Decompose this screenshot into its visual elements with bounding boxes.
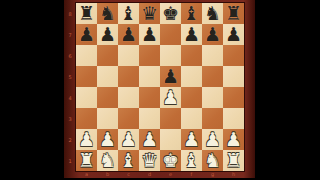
square-a3[interactable] <box>76 108 97 129</box>
square-b6[interactable] <box>97 45 118 66</box>
square-d7[interactable]: ♟ <box>139 24 160 45</box>
black-pawn: ♟ <box>160 66 181 87</box>
square-a8[interactable]: ♜ <box>76 3 97 24</box>
black-bishop: ♝ <box>181 3 202 24</box>
black-pawn: ♟ <box>139 24 160 45</box>
file-label-h: h <box>223 171 244 178</box>
square-c3[interactable] <box>118 108 139 129</box>
square-e1[interactable]: ♚ <box>160 150 181 171</box>
file-labels: abcdefgh <box>76 171 244 178</box>
black-pawn: ♟ <box>97 24 118 45</box>
white-rook: ♜ <box>223 150 244 171</box>
square-d6[interactable] <box>139 45 160 66</box>
white-rook: ♜ <box>76 150 97 171</box>
file-label-g: g <box>202 171 223 178</box>
black-pawn: ♟ <box>118 24 139 45</box>
square-b8[interactable]: ♞ <box>97 3 118 24</box>
square-c8[interactable]: ♝ <box>118 3 139 24</box>
square-b4[interactable] <box>97 87 118 108</box>
square-f6[interactable] <box>181 45 202 66</box>
black-rook: ♜ <box>76 3 97 24</box>
square-c6[interactable] <box>118 45 139 66</box>
square-h2[interactable]: ♟ <box>223 129 244 150</box>
square-a7[interactable]: ♟ <box>76 24 97 45</box>
rank-label-5: 5 <box>64 66 76 87</box>
rank-label-3: 3 <box>64 108 76 129</box>
square-g7[interactable]: ♟ <box>202 24 223 45</box>
square-g1[interactable]: ♞ <box>202 150 223 171</box>
rank-label-6: 6 <box>64 45 76 66</box>
square-f3[interactable] <box>181 108 202 129</box>
square-c5[interactable] <box>118 66 139 87</box>
rank-labels: 87654321 <box>64 3 76 171</box>
square-c7[interactable]: ♟ <box>118 24 139 45</box>
square-e4[interactable]: ♟ <box>160 87 181 108</box>
square-b3[interactable] <box>97 108 118 129</box>
black-pawn: ♟ <box>181 24 202 45</box>
square-b2[interactable]: ♟ <box>97 129 118 150</box>
square-f5[interactable] <box>181 66 202 87</box>
file-label-b: b <box>97 171 118 178</box>
square-h3[interactable] <box>223 108 244 129</box>
rank-label-7: 7 <box>64 24 76 45</box>
square-d3[interactable] <box>139 108 160 129</box>
white-pawn: ♟ <box>181 129 202 150</box>
white-bishop: ♝ <box>118 150 139 171</box>
square-g5[interactable] <box>202 66 223 87</box>
file-label-c: c <box>118 171 139 178</box>
square-d1[interactable]: ♛ <box>139 150 160 171</box>
square-e7[interactable] <box>160 24 181 45</box>
square-d5[interactable] <box>139 66 160 87</box>
square-h5[interactable] <box>223 66 244 87</box>
square-g4[interactable] <box>202 87 223 108</box>
square-a2[interactable]: ♟ <box>76 129 97 150</box>
white-king: ♚ <box>160 150 181 171</box>
black-pawn: ♟ <box>223 24 244 45</box>
square-h7[interactable]: ♟ <box>223 24 244 45</box>
chess-board-frame: 87654321 abcdefgh ♜♞♝♛♚♝♞♜♟♟♟♟♟♟♟♟♟♟♟♟♟♟… <box>64 0 255 178</box>
square-h1[interactable]: ♜ <box>223 150 244 171</box>
square-e2[interactable] <box>160 129 181 150</box>
white-pawn: ♟ <box>118 129 139 150</box>
square-b7[interactable]: ♟ <box>97 24 118 45</box>
square-g8[interactable]: ♞ <box>202 3 223 24</box>
white-pawn: ♟ <box>139 129 160 150</box>
white-pawn: ♟ <box>160 87 181 108</box>
square-h8[interactable]: ♜ <box>223 3 244 24</box>
file-label-e: e <box>160 171 181 178</box>
white-pawn: ♟ <box>223 129 244 150</box>
rank-label-4: 4 <box>64 87 76 108</box>
square-g2[interactable]: ♟ <box>202 129 223 150</box>
white-pawn: ♟ <box>202 129 223 150</box>
square-b5[interactable] <box>97 66 118 87</box>
chess-board: ♜♞♝♛♚♝♞♜♟♟♟♟♟♟♟♟♟♟♟♟♟♟♟♟♜♞♝♛♚♝♞♜ <box>76 3 244 171</box>
white-bishop: ♝ <box>181 150 202 171</box>
square-e3[interactable] <box>160 108 181 129</box>
square-f7[interactable]: ♟ <box>181 24 202 45</box>
square-a1[interactable]: ♜ <box>76 150 97 171</box>
square-f8[interactable]: ♝ <box>181 3 202 24</box>
white-pawn: ♟ <box>76 129 97 150</box>
white-knight: ♞ <box>97 150 118 171</box>
rank-label-1: 1 <box>64 150 76 171</box>
black-rook: ♜ <box>223 3 244 24</box>
square-e8[interactable]: ♚ <box>160 3 181 24</box>
black-pawn: ♟ <box>76 24 97 45</box>
square-a6[interactable] <box>76 45 97 66</box>
black-knight: ♞ <box>202 3 223 24</box>
square-a4[interactable] <box>76 87 97 108</box>
square-c2[interactable]: ♟ <box>118 129 139 150</box>
square-c1[interactable]: ♝ <box>118 150 139 171</box>
white-pawn: ♟ <box>97 129 118 150</box>
white-knight: ♞ <box>202 150 223 171</box>
black-knight: ♞ <box>97 3 118 24</box>
square-e5[interactable]: ♟ <box>160 66 181 87</box>
square-h6[interactable] <box>223 45 244 66</box>
white-queen: ♛ <box>139 150 160 171</box>
square-g6[interactable] <box>202 45 223 66</box>
square-c4[interactable] <box>118 87 139 108</box>
letterbox-right <box>255 0 320 180</box>
file-label-a: a <box>76 171 97 178</box>
black-king: ♚ <box>160 3 181 24</box>
file-label-d: d <box>139 171 160 178</box>
black-queen: ♛ <box>139 3 160 24</box>
square-d4[interactable] <box>139 87 160 108</box>
square-h4[interactable] <box>223 87 244 108</box>
black-bishop: ♝ <box>118 3 139 24</box>
file-label-f: f <box>181 171 202 178</box>
square-b1[interactable]: ♞ <box>97 150 118 171</box>
chess-video-still: 87654321 abcdefgh ♜♞♝♛♚♝♞♜♟♟♟♟♟♟♟♟♟♟♟♟♟♟… <box>0 0 320 180</box>
rank-label-2: 2 <box>64 129 76 150</box>
square-f1[interactable]: ♝ <box>181 150 202 171</box>
rank-label-8: 8 <box>64 3 76 24</box>
black-pawn: ♟ <box>202 24 223 45</box>
square-f2[interactable]: ♟ <box>181 129 202 150</box>
square-d2[interactable]: ♟ <box>139 129 160 150</box>
square-g3[interactable] <box>202 108 223 129</box>
letterbox-left <box>0 0 64 180</box>
square-d8[interactable]: ♛ <box>139 3 160 24</box>
square-a5[interactable] <box>76 66 97 87</box>
square-e6[interactable] <box>160 45 181 66</box>
square-f4[interactable] <box>181 87 202 108</box>
